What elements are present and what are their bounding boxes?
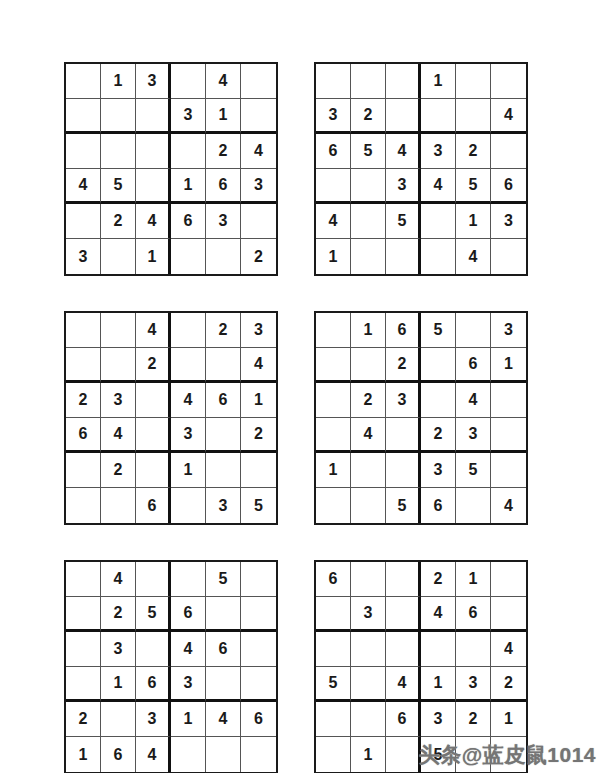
cell-r3c6: 4: [241, 134, 276, 169]
cell-r6c5: 3: [206, 488, 241, 523]
cell-r1c5: 2: [206, 313, 241, 348]
cell-r2c4: 3: [171, 99, 206, 134]
cell-r6c3: 6: [136, 488, 171, 523]
cell-r5c5: 2: [456, 702, 491, 737]
cell-r4c6: [241, 667, 276, 702]
cell-r1c4: 2: [421, 562, 456, 597]
cell-r4c4: 1: [171, 169, 206, 204]
cell-r4c5: 5: [456, 169, 491, 204]
cell-r1c2: 4: [101, 562, 136, 597]
cell-r2c3: 2: [386, 348, 421, 383]
cell-r1c5: [456, 64, 491, 99]
cell-r3c2: 3: [101, 383, 136, 418]
cell-r3c4: 4: [171, 383, 206, 418]
cell-r2c5: 1: [206, 99, 241, 134]
puzzle-sheet: 1343124451632463312 1324654323456451314 …: [64, 62, 526, 772]
cell-r6c3: 1: [136, 239, 171, 274]
cell-r2c6: [241, 597, 276, 632]
cell-r4c2: 4: [101, 418, 136, 453]
cell-r3c5: 6: [206, 383, 241, 418]
cell-r3c3: [136, 383, 171, 418]
cell-r6c2: [101, 239, 136, 274]
cell-r1c1: [316, 64, 351, 99]
cell-r2c4: [421, 99, 456, 134]
cell-r6c4: [171, 737, 206, 772]
cell-r5c5: 1: [456, 204, 491, 239]
cell-r2c1: [66, 99, 101, 134]
cell-r6c6: 5: [241, 488, 276, 523]
cell-r5c3: 4: [136, 204, 171, 239]
cell-r6c3: [386, 737, 421, 772]
cell-r3c4: [421, 632, 456, 667]
cell-r5c4: [421, 204, 456, 239]
cell-r2c4: 6: [171, 597, 206, 632]
cell-r4c5: 3: [456, 667, 491, 702]
cell-r2c6: [241, 99, 276, 134]
cell-r6c6: [491, 239, 526, 274]
cell-r3c1: [66, 632, 101, 667]
cell-r6c5: 4: [456, 239, 491, 274]
cell-r6c5: [206, 737, 241, 772]
cell-r6c1: 1: [66, 737, 101, 772]
cell-r2c2: 2: [101, 597, 136, 632]
cell-r3c3: [386, 632, 421, 667]
cell-r3c3: [136, 632, 171, 667]
cell-r5c3: [136, 453, 171, 488]
cell-r4c1: [316, 169, 351, 204]
cell-r4c3: [386, 418, 421, 453]
cell-r5c1: [66, 453, 101, 488]
cell-r3c5: 2: [206, 134, 241, 169]
cell-r2c6: 1: [491, 348, 526, 383]
cell-r3c6: 4: [491, 632, 526, 667]
cell-r4c6: 3: [241, 169, 276, 204]
cell-r1c1: [66, 64, 101, 99]
cell-r1c2: 1: [101, 64, 136, 99]
cell-r3c1: [316, 632, 351, 667]
cell-r3c1: 2: [66, 383, 101, 418]
cell-r2c3: [136, 99, 171, 134]
cell-r3c5: 2: [456, 134, 491, 169]
cell-r5c5: 5: [456, 453, 491, 488]
cell-r1c6: [241, 64, 276, 99]
cell-r4c3: [136, 169, 171, 204]
cell-r1c2: [351, 64, 386, 99]
cell-r5c2: [351, 453, 386, 488]
cell-r3c2: 3: [101, 632, 136, 667]
cell-r6c1: [316, 737, 351, 772]
cell-r6c5: [206, 239, 241, 274]
cell-r6c3: 5: [386, 488, 421, 523]
cell-r2c2: 2: [351, 99, 386, 134]
cell-r1c3: 6: [386, 313, 421, 348]
cell-r5c5: 4: [206, 702, 241, 737]
cell-r5c1: [66, 204, 101, 239]
cell-r2c6: 4: [491, 99, 526, 134]
cell-r4c2: 1: [101, 667, 136, 702]
cell-r4c4: 1: [421, 667, 456, 702]
cell-r2c1: [66, 348, 101, 383]
cell-r1c4: 5: [421, 313, 456, 348]
cell-r5c1: 1: [316, 453, 351, 488]
cell-r2c3: 2: [136, 348, 171, 383]
cell-r5c5: 3: [206, 204, 241, 239]
cell-r1c2: 1: [351, 313, 386, 348]
cell-r1c6: [241, 562, 276, 597]
cell-r4c4: 4: [421, 169, 456, 204]
cell-r3c4: 3: [421, 134, 456, 169]
cell-r2c2: 3: [351, 597, 386, 632]
cell-r3c5: 4: [456, 383, 491, 418]
cell-r4c2: 4: [351, 418, 386, 453]
cell-r6c6: 2: [241, 239, 276, 274]
cell-r3c1: 6: [316, 134, 351, 169]
cell-r1c4: 1: [421, 64, 456, 99]
cell-r2c2: [351, 348, 386, 383]
cell-r4c1: 5: [316, 667, 351, 702]
cell-r3c1: [316, 383, 351, 418]
cell-r1c1: [316, 313, 351, 348]
cell-r1c3: [136, 562, 171, 597]
sudoku-board-middle-left: 4232423461643221635: [64, 311, 278, 525]
cell-r3c6: [241, 632, 276, 667]
sudoku-board-middle-right: 1653261234423135564: [314, 311, 528, 525]
cell-r5c3: 3: [136, 702, 171, 737]
cell-r5c6: [491, 453, 526, 488]
cell-r3c6: 1: [241, 383, 276, 418]
cell-r6c1: [66, 488, 101, 523]
cell-r1c3: [386, 562, 421, 597]
cell-r2c5: 6: [456, 597, 491, 632]
sudoku-board-top-left: 1343124451632463312: [64, 62, 278, 276]
cell-r6c2: 6: [101, 737, 136, 772]
cell-r1c3: [386, 64, 421, 99]
cell-r6c6: 4: [491, 488, 526, 523]
cell-r3c3: [136, 134, 171, 169]
cell-r1c2: [101, 313, 136, 348]
cell-r1c5: 1: [456, 562, 491, 597]
cell-r5c2: 2: [101, 453, 136, 488]
cell-r1c5: 4: [206, 64, 241, 99]
cell-r1c6: [491, 562, 526, 597]
cell-r5c2: 2: [101, 204, 136, 239]
cell-r4c5: 6: [206, 169, 241, 204]
cell-r2c1: [316, 348, 351, 383]
cell-r1c1: [66, 313, 101, 348]
cell-r2c6: 4: [241, 348, 276, 383]
sudoku-board-top-right: 1324654323456451314: [314, 62, 528, 276]
cell-r2c3: [386, 597, 421, 632]
cell-r2c2: [101, 348, 136, 383]
cell-r2c4: [171, 348, 206, 383]
cell-r5c4: 3: [421, 702, 456, 737]
cell-r1c1: 6: [316, 562, 351, 597]
cell-r3c2: [351, 632, 386, 667]
cell-r4c6: [491, 418, 526, 453]
cell-r1c4: [171, 562, 206, 597]
cell-r5c6: 6: [241, 702, 276, 737]
cell-r2c1: [316, 597, 351, 632]
cell-r4c5: [206, 418, 241, 453]
cell-r4c5: 3: [456, 418, 491, 453]
cell-r3c2: [101, 134, 136, 169]
cell-r2c5: [206, 348, 241, 383]
cell-r6c6: [241, 737, 276, 772]
cell-r3c3: 4: [386, 134, 421, 169]
cell-r1c4: [171, 313, 206, 348]
cell-r5c6: 1: [491, 702, 526, 737]
cell-r4c2: [351, 667, 386, 702]
cell-r6c2: [351, 488, 386, 523]
cell-r3c6: [491, 383, 526, 418]
cell-r4c4: 2: [421, 418, 456, 453]
cell-r4c3: 4: [386, 667, 421, 702]
cell-r2c5: 6: [456, 348, 491, 383]
cell-r5c6: [241, 453, 276, 488]
cell-r4c4: 3: [171, 667, 206, 702]
cell-r1c1: [66, 562, 101, 597]
cell-r6c2: [101, 488, 136, 523]
cell-r6c3: 4: [136, 737, 171, 772]
cell-r4c3: 3: [386, 169, 421, 204]
cell-r4c6: 2: [491, 667, 526, 702]
cell-r4c6: 6: [491, 169, 526, 204]
puzzle-page: 1343124451632463312 1324654323456451314 …: [0, 0, 600, 773]
cell-r1c5: [456, 313, 491, 348]
cell-r5c1: 2: [66, 702, 101, 737]
cell-r3c1: [66, 134, 101, 169]
cell-r1c6: [491, 64, 526, 99]
cell-r5c4: 6: [171, 204, 206, 239]
cell-r5c6: 3: [491, 204, 526, 239]
cell-r1c6: 3: [241, 313, 276, 348]
cell-r3c5: 6: [206, 632, 241, 667]
cell-r4c3: 6: [136, 667, 171, 702]
cell-r2c1: 3: [316, 99, 351, 134]
cell-r5c4: 1: [171, 453, 206, 488]
cell-r2c2: [101, 99, 136, 134]
cell-r4c2: [351, 169, 386, 204]
cell-r3c2: 5: [351, 134, 386, 169]
cell-r5c1: 4: [316, 204, 351, 239]
cell-r1c3: 4: [136, 313, 171, 348]
cell-r4c1: [66, 667, 101, 702]
cell-r5c6: [241, 204, 276, 239]
cell-r3c6: [491, 134, 526, 169]
cell-r6c4: [171, 239, 206, 274]
cell-r4c1: 6: [66, 418, 101, 453]
cell-r1c3: 3: [136, 64, 171, 99]
cell-r2c3: 5: [136, 597, 171, 632]
cell-r6c2: [351, 239, 386, 274]
cell-r3c5: [456, 632, 491, 667]
cell-r5c4: 1: [171, 702, 206, 737]
cell-r6c1: [316, 488, 351, 523]
cell-r6c4: [171, 488, 206, 523]
cell-r6c5: [456, 488, 491, 523]
cell-r3c2: 2: [351, 383, 386, 418]
cell-r5c4: 3: [421, 453, 456, 488]
cell-r6c1: 1: [316, 239, 351, 274]
cell-r3c3: 3: [386, 383, 421, 418]
cell-r5c1: [316, 702, 351, 737]
cell-r5c2: [101, 702, 136, 737]
cell-r2c1: [66, 597, 101, 632]
cell-r4c6: 2: [241, 418, 276, 453]
cell-r4c1: 4: [66, 169, 101, 204]
cell-r4c1: [316, 418, 351, 453]
cell-r5c5: [206, 453, 241, 488]
cell-r2c5: [456, 99, 491, 134]
cell-r1c6: 3: [491, 313, 526, 348]
cell-r4c3: [136, 418, 171, 453]
cell-r6c3: [386, 239, 421, 274]
cell-r4c2: 5: [101, 169, 136, 204]
cell-r4c5: [206, 667, 241, 702]
cell-r5c3: 6: [386, 702, 421, 737]
cell-r5c3: [386, 453, 421, 488]
cell-r3c4: [171, 134, 206, 169]
cell-r2c3: [386, 99, 421, 134]
cell-r5c2: [351, 204, 386, 239]
cell-r3c4: [421, 383, 456, 418]
cell-r4c4: 3: [171, 418, 206, 453]
cell-r3c4: 4: [171, 632, 206, 667]
cell-r5c2: [351, 702, 386, 737]
sudoku-board-bottom-left: 4525634616323146164: [64, 560, 278, 773]
cell-r6c4: [421, 239, 456, 274]
cell-r1c5: 5: [206, 562, 241, 597]
cell-r5c3: 5: [386, 204, 421, 239]
cell-r2c6: [491, 597, 526, 632]
watermark-text: 头条@蓝皮鼠1014: [419, 741, 596, 769]
cell-r1c4: [171, 64, 206, 99]
cell-r2c4: [421, 348, 456, 383]
cell-r6c2: 1: [351, 737, 386, 772]
cell-r2c4: 4: [421, 597, 456, 632]
cell-r1c2: [351, 562, 386, 597]
cell-r6c1: 3: [66, 239, 101, 274]
cell-r6c4: 6: [421, 488, 456, 523]
cell-r2c5: [206, 597, 241, 632]
